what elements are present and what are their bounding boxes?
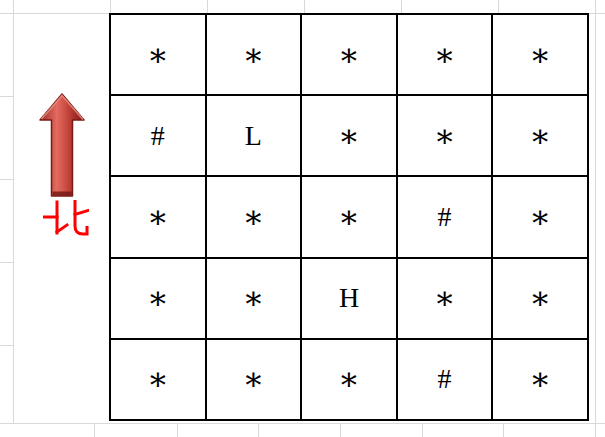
grid-cell[interactable]: ∗ bbox=[493, 96, 587, 175]
grid-cell[interactable]: # bbox=[398, 177, 492, 256]
grid-cell[interactable]: ∗ bbox=[493, 259, 587, 338]
cell-symbol: L bbox=[245, 122, 262, 150]
grid-cell[interactable]: # bbox=[111, 96, 205, 175]
cell-symbol: ∗ bbox=[243, 282, 265, 314]
gridline bbox=[0, 179, 13, 180]
grid-cell[interactable]: ∗ bbox=[207, 340, 301, 419]
grid-cell[interactable]: ∗ bbox=[398, 96, 492, 175]
grid-cell[interactable]: # bbox=[398, 340, 492, 419]
grid-cell[interactable]: ∗ bbox=[493, 340, 587, 419]
grid-cell[interactable]: L bbox=[207, 96, 301, 175]
north-character-label bbox=[43, 200, 89, 242]
cell-symbol: ∗ bbox=[529, 120, 551, 152]
grid-cell[interactable]: ∗ bbox=[111, 177, 205, 256]
grid-cell[interactable]: ∗ bbox=[398, 259, 492, 338]
gridline bbox=[304, 0, 305, 13]
gridline bbox=[0, 262, 13, 263]
cell-symbol: ∗ bbox=[147, 201, 169, 233]
north-character-glyph bbox=[43, 200, 89, 238]
gridline bbox=[0, 345, 13, 346]
gridline bbox=[503, 424, 504, 437]
grid-cell[interactable]: ∗ bbox=[207, 15, 301, 94]
puzzle-board: ∗∗∗∗∗#L∗∗∗∗∗∗#∗∗∗H∗∗∗∗∗#∗ bbox=[109, 13, 589, 421]
grid-cell[interactable]: ∗ bbox=[111, 340, 205, 419]
cell-symbol: # bbox=[151, 122, 165, 150]
gridline bbox=[401, 0, 402, 13]
gridline bbox=[340, 424, 341, 437]
cell-symbol: H bbox=[339, 284, 359, 312]
cell-symbol: ∗ bbox=[147, 363, 169, 395]
grid-cell[interactable]: ∗ bbox=[493, 177, 587, 256]
cell-symbol: ∗ bbox=[434, 120, 456, 152]
grid-cell[interactable]: ∗ bbox=[207, 259, 301, 338]
grid-cell[interactable]: ∗ bbox=[207, 177, 301, 256]
cell-symbol: # bbox=[438, 203, 452, 231]
grid-cell[interactable]: ∗ bbox=[398, 15, 492, 94]
cell-symbol: ∗ bbox=[529, 363, 551, 395]
cell-symbol: ∗ bbox=[147, 282, 169, 314]
cell-symbol: # bbox=[438, 365, 452, 393]
gridline bbox=[258, 424, 259, 437]
north-arrow-icon bbox=[39, 92, 85, 202]
cell-symbol: ∗ bbox=[243, 39, 265, 71]
cell-symbol: ∗ bbox=[338, 39, 360, 71]
grid-cell[interactable]: ∗ bbox=[302, 340, 396, 419]
grid-cell[interactable]: ∗ bbox=[111, 15, 205, 94]
grid-cell[interactable]: ∗ bbox=[302, 15, 396, 94]
worksheet-canvas: ∗∗∗∗∗#L∗∗∗∗∗∗#∗∗∗H∗∗∗∗∗#∗ bbox=[0, 0, 605, 437]
cell-symbol: ∗ bbox=[529, 39, 551, 71]
gridline bbox=[498, 0, 499, 13]
cell-symbol: ∗ bbox=[529, 201, 551, 233]
cell-symbol: ∗ bbox=[338, 120, 360, 152]
grid-cell[interactable]: ∗ bbox=[493, 15, 587, 94]
grid-cell[interactable]: ∗ bbox=[302, 177, 396, 256]
cell-symbol: ∗ bbox=[434, 39, 456, 71]
gridline bbox=[0, 423, 605, 424]
cell-symbol: ∗ bbox=[147, 39, 169, 71]
grid-cell[interactable]: ∗ bbox=[111, 259, 205, 338]
grid-cell[interactable]: ∗ bbox=[302, 96, 396, 175]
gridline bbox=[94, 424, 95, 437]
cell-symbol: ∗ bbox=[243, 201, 265, 233]
gridline bbox=[207, 0, 208, 13]
cell-symbol: ∗ bbox=[338, 201, 360, 233]
cell-symbol: ∗ bbox=[529, 282, 551, 314]
gridline bbox=[177, 424, 178, 437]
cell-symbol: ∗ bbox=[434, 282, 456, 314]
gridline bbox=[110, 0, 111, 13]
gridline bbox=[13, 0, 14, 423]
gridline bbox=[595, 0, 596, 437]
gridline bbox=[422, 424, 423, 437]
gridline bbox=[0, 96, 13, 97]
cell-symbol: ∗ bbox=[338, 363, 360, 395]
grid-cell[interactable]: H bbox=[302, 259, 396, 338]
cell-symbol: ∗ bbox=[243, 363, 265, 395]
